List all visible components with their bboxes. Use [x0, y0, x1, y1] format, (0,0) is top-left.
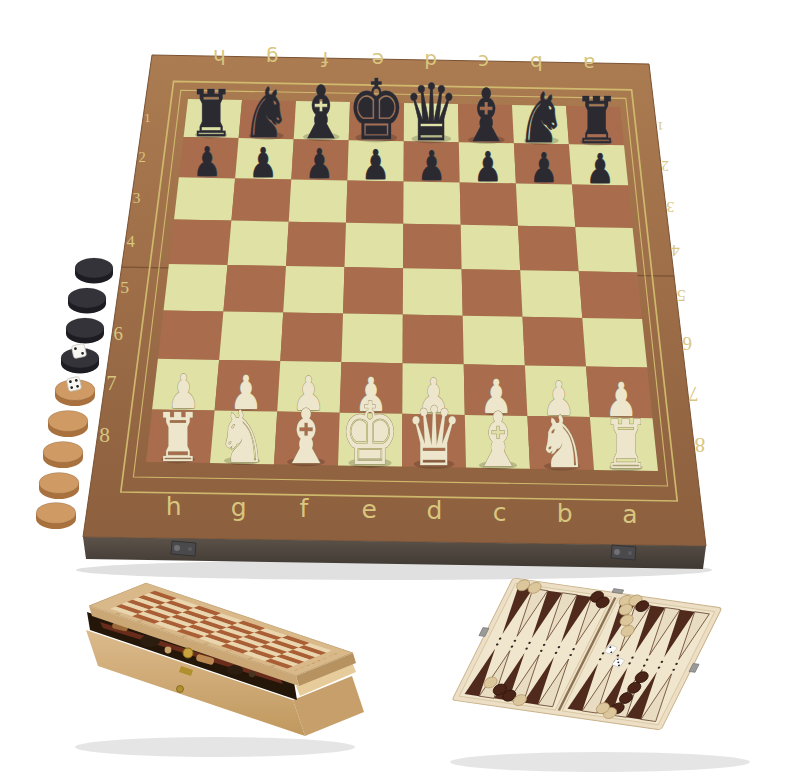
stored-piece [165, 647, 172, 654]
rank-label-right: 4 [672, 241, 680, 260]
file-label-bottom: c [493, 498, 507, 527]
square-h4 [169, 220, 232, 265]
piece-black-pawn: ♟ [417, 142, 446, 190]
box-shadow [75, 737, 355, 757]
piece-white-bishop: ♝ [279, 393, 332, 481]
square-b5 [520, 270, 582, 318]
square-a5 [579, 271, 642, 319]
rank-label-right: 3 [666, 199, 674, 216]
square-a4 [575, 227, 637, 273]
piece-black-pawn: ♟ [361, 141, 390, 189]
bg-open-box [447, 574, 729, 731]
piece-white-knight: ♞ [217, 395, 267, 479]
folded-box-thumbnail: HGFEDCBA87654321 [75, 583, 364, 757]
rank-label-left: 3 [133, 189, 141, 206]
piece-white-rook: ♜ [155, 398, 202, 476]
piece-white-king: ♚ [340, 384, 400, 484]
piece-white-knight: ♞ [537, 400, 587, 484]
rank-label-left: 4 [127, 232, 135, 251]
square-c4 [461, 225, 521, 270]
checker-disc [68, 288, 106, 314]
scene: 1122334455667788hhggffeeddccbbaa ♜♞♝♚♛♝♞… [0, 0, 787, 780]
rank-label-right: 5 [677, 286, 686, 306]
square-d6 [403, 315, 464, 365]
rank-label-left: 1 [144, 110, 151, 125]
front-hinge [171, 541, 196, 556]
stored-piece [249, 671, 255, 677]
checker-disc [48, 411, 88, 438]
square-b4 [518, 226, 579, 271]
square-e6 [341, 314, 402, 364]
checker-disc [66, 318, 104, 344]
square-h6 [158, 310, 224, 360]
file-label-top: h [213, 45, 226, 69]
file-label-top: a [583, 52, 595, 76]
file-label-top: c [478, 50, 489, 74]
clasp-medallion [183, 648, 193, 658]
square-g4 [228, 221, 289, 267]
file-label-bottom: e [361, 495, 376, 524]
piece-black-pawn: ♟ [530, 144, 559, 192]
rank-label-right: 6 [683, 333, 692, 354]
square-b6 [523, 317, 587, 367]
rank-label-left: 5 [120, 277, 129, 297]
square-d4 [403, 224, 462, 269]
square-h5 [164, 264, 228, 312]
square-d5 [403, 268, 463, 316]
product-photo: 1122334455667788hhggffeeddccbbaa ♜♞♝♚♛♝♞… [0, 0, 787, 780]
rank-label-left: 6 [113, 323, 122, 344]
rank-label-right: 1 [657, 119, 664, 134]
front-hinge [611, 545, 636, 560]
rank-label-right: 7 [688, 383, 698, 405]
square-g6 [219, 311, 283, 361]
square-c6 [463, 316, 525, 366]
file-label-bottom: b [557, 499, 573, 528]
bg-shadow [450, 752, 750, 772]
square-a6 [582, 318, 647, 368]
checker-disc [39, 473, 79, 500]
piece-white-rook: ♜ [603, 406, 650, 484]
file-label-bottom: h [166, 492, 182, 521]
square-e4 [345, 223, 404, 269]
checker-disc [75, 258, 113, 284]
main-chessboard: 1122334455667788hhggffeeddccbbaa ♜♞♝♚♛♝♞… [76, 45, 712, 580]
square-f5 [283, 266, 344, 314]
piece-black-pawn: ♟ [305, 140, 334, 188]
rank-label-right: 2 [662, 158, 669, 174]
square-e5 [343, 267, 403, 315]
rank-label-left: 2 [139, 149, 146, 165]
piece-black-pawn: ♟ [473, 143, 502, 191]
piece-black-pawn: ♟ [586, 145, 615, 193]
file-label-top: f [321, 47, 329, 71]
piece-black-pawn: ♟ [249, 139, 278, 187]
die [71, 343, 86, 358]
file-label-bottom: f [300, 494, 310, 523]
die [66, 376, 81, 391]
file-label-top: b [530, 51, 543, 75]
file-label-bottom: a [622, 500, 637, 529]
square-c5 [462, 269, 523, 317]
piece-white-queen: ♛ [405, 389, 462, 484]
file-label-top: g [266, 46, 279, 70]
stored-piece [227, 665, 243, 675]
square-f4 [286, 222, 346, 267]
rank-label-left: 8 [99, 423, 110, 447]
square-f6 [280, 313, 343, 363]
square-g5 [223, 265, 286, 313]
file-label-bottom: g [231, 493, 247, 522]
backgammon-thumbnail [447, 574, 750, 772]
rank-label-right: 8 [694, 433, 705, 457]
checker-disc [36, 503, 76, 530]
piece-black-pawn: ♟ [193, 138, 222, 186]
rank-label-left: 7 [106, 372, 116, 394]
file-label-bottom: d [426, 496, 442, 525]
checker-disc [43, 442, 83, 469]
clasp-catch [177, 686, 184, 693]
piece-white-bishop: ♝ [471, 396, 524, 484]
